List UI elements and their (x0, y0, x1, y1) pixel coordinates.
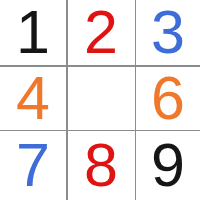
number-grid-board: 1 2 3 4 6 7 8 9 (0, 0, 200, 200)
cell-r3c3[interactable]: 9 (136, 131, 200, 200)
cell-r2c3[interactable]: 6 (136, 67, 200, 130)
cell-r1c3[interactable]: 3 (136, 0, 200, 65)
cell-r1c2[interactable]: 2 (68, 0, 135, 65)
cell-r1c1[interactable]: 1 (0, 0, 66, 65)
cell-r3c1[interactable]: 7 (0, 131, 66, 200)
cell-r2c1[interactable]: 4 (0, 67, 66, 130)
cell-r2c2-empty[interactable] (68, 67, 135, 130)
cell-r3c2[interactable]: 8 (68, 131, 135, 200)
